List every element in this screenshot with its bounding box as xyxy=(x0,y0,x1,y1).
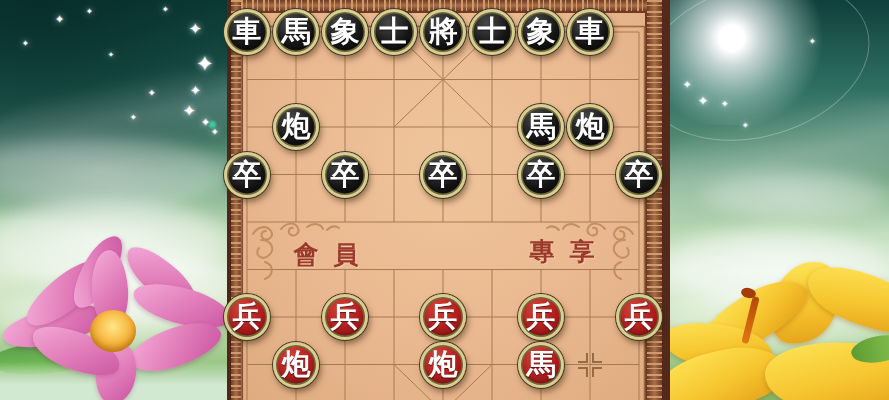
sparkle-icon: ✦ xyxy=(721,100,729,109)
sparkle-icon: ✦ xyxy=(183,104,196,119)
sparkle-icon: ✦ xyxy=(742,122,749,130)
piece-red-g3[interactable]: 馬 xyxy=(518,342,564,388)
piece-glyph: 象 xyxy=(331,17,360,46)
piece-black-a10[interactable]: 車 xyxy=(224,9,270,55)
piece-red-g4[interactable]: 兵 xyxy=(518,294,564,340)
piece-glyph: 車 xyxy=(576,17,605,46)
piece-glyph: 卒 xyxy=(527,160,556,189)
cloud xyxy=(695,168,889,223)
piece-glyph: 馬 xyxy=(527,350,556,379)
lotus-center xyxy=(90,310,136,352)
board-grid[interactable]: 車馬象士將士象車炮馬炮卒卒卒卒卒兵兵兵兵兵炮炮馬 xyxy=(223,8,664,388)
piece-black-b10[interactable]: 馬 xyxy=(273,9,319,55)
sparkle-icon: ✦ xyxy=(148,89,156,98)
piece-glyph: 兵 xyxy=(429,302,458,331)
piece-black-c10[interactable]: 象 xyxy=(322,9,368,55)
sparkle-icon: ✦ xyxy=(86,8,93,16)
sparkle-icon: ✦ xyxy=(130,114,137,122)
piece-black-i7[interactable]: 卒 xyxy=(616,152,662,198)
sparkle-icon: ✦ xyxy=(698,95,708,107)
piece-glyph: 兵 xyxy=(625,302,654,331)
piece-black-e10[interactable]: 將 xyxy=(420,9,466,55)
piece-glyph: 卒 xyxy=(233,160,262,189)
piece-black-g7[interactable]: 卒 xyxy=(518,152,564,198)
piece-glyph: 士 xyxy=(478,17,507,46)
lotus-petal xyxy=(124,314,226,379)
piece-glyph: 卒 xyxy=(625,160,654,189)
piece-glyph: 將 xyxy=(429,17,458,46)
piece-black-b8[interactable]: 炮 xyxy=(273,104,319,150)
sparkle-icon: ✦ xyxy=(190,84,201,97)
piece-glyph: 炮 xyxy=(282,350,311,379)
piece-red-e4[interactable]: 兵 xyxy=(420,294,466,340)
xiangqi-board[interactable]: 會員 專享 車馬象士將士象車炮馬炮卒卒卒卒卒兵兵兵兵兵炮炮馬 xyxy=(227,0,670,400)
piece-black-h10[interactable]: 車 xyxy=(567,9,613,55)
sparkle-icon: ✦ xyxy=(196,54,214,75)
piece-glyph: 車 xyxy=(233,17,262,46)
piece-red-i4[interactable]: 兵 xyxy=(616,294,662,340)
piece-black-f10[interactable]: 士 xyxy=(469,9,515,55)
sparkle-icon: ✦ xyxy=(189,22,202,37)
piece-black-e7[interactable]: 卒 xyxy=(420,152,466,198)
sparkle-icon: ✦ xyxy=(22,40,29,48)
piece-red-b3[interactable]: 炮 xyxy=(273,342,319,388)
screenshot-stage: ✦ ✦ ✦ ✦ ✦ ✦ ✦ ✦ ✦ ✦ ✦ ✦ ✦ ✦ ✦ ✦ ✦ ✦ xyxy=(0,0,889,400)
piece-glyph: 馬 xyxy=(527,112,556,141)
piece-glyph: 兵 xyxy=(527,302,556,331)
piece-red-a4[interactable]: 兵 xyxy=(224,294,270,340)
piece-glyph: 象 xyxy=(527,17,556,46)
piece-black-c7[interactable]: 卒 xyxy=(322,152,368,198)
point-marker-h3 xyxy=(578,353,602,377)
teal-dot xyxy=(209,121,216,128)
piece-glyph: 兵 xyxy=(233,302,262,331)
lily-flower xyxy=(655,258,889,400)
sparkle-icon: ✦ xyxy=(162,6,169,14)
piece-glyph: 卒 xyxy=(429,160,458,189)
piece-glyph: 卒 xyxy=(331,160,360,189)
piece-glyph: 馬 xyxy=(282,17,311,46)
sparkle-icon: ✦ xyxy=(108,52,114,59)
piece-red-c4[interactable]: 兵 xyxy=(322,294,368,340)
sparkle-icon: ✦ xyxy=(809,38,816,46)
piece-black-a7[interactable]: 卒 xyxy=(224,152,270,198)
sparkle-icon: ✦ xyxy=(683,80,691,90)
piece-glyph: 士 xyxy=(380,17,409,46)
piece-glyph: 炮 xyxy=(576,112,605,141)
piece-black-d10[interactable]: 士 xyxy=(371,9,417,55)
piece-glyph: 炮 xyxy=(429,350,458,379)
lotus-flower xyxy=(0,250,232,400)
piece-black-g10[interactable]: 象 xyxy=(518,9,564,55)
piece-glyph: 炮 xyxy=(282,112,311,141)
piece-red-e3[interactable]: 炮 xyxy=(420,342,466,388)
piece-glyph: 兵 xyxy=(331,302,360,331)
sparkle-icon: ✦ xyxy=(211,128,219,137)
piece-black-g8[interactable]: 馬 xyxy=(518,104,564,150)
piece-black-h8[interactable]: 炮 xyxy=(567,104,613,150)
sparkle-icon: ✦ xyxy=(55,14,64,25)
